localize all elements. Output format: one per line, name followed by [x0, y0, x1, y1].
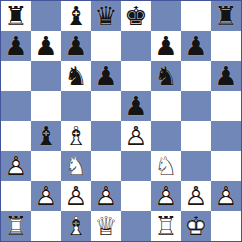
black-queen[interactable]: ♛: [91, 1, 121, 31]
white-knight[interactable]: ♞♘: [61, 151, 91, 181]
white-bishop[interactable]: ♝♗: [61, 211, 91, 241]
square-g7[interactable]: ♟: [181, 31, 211, 61]
square-f7[interactable]: ♟: [151, 31, 181, 61]
square-e1[interactable]: [121, 211, 151, 241]
square-c1[interactable]: ♝♗: [61, 211, 91, 241]
square-a2[interactable]: [1, 181, 31, 211]
white-knight-outline: ♘: [151, 151, 181, 181]
white-knight-outline: ♘: [61, 151, 91, 181]
square-b6[interactable]: [31, 61, 61, 91]
square-g5[interactable]: [181, 91, 211, 121]
black-king[interactable]: ♚: [121, 1, 151, 31]
white-pawn-outline: ♙: [1, 151, 31, 181]
square-g6[interactable]: [181, 61, 211, 91]
white-pawn-outline: ♙: [211, 181, 241, 211]
square-f6[interactable]: ♞: [151, 61, 181, 91]
white-queen[interactable]: ♛♕: [91, 211, 121, 241]
square-e5[interactable]: ♟: [121, 91, 151, 121]
white-pawn[interactable]: ♟♙: [31, 181, 61, 211]
white-pawn-outline: ♙: [121, 121, 151, 151]
black-knight[interactable]: ♞: [61, 61, 91, 91]
square-d2[interactable]: ♟♙: [91, 181, 121, 211]
black-rook[interactable]: ♜: [1, 1, 31, 31]
square-g3[interactable]: [181, 151, 211, 181]
square-f8[interactable]: [151, 1, 181, 31]
square-c6[interactable]: ♞: [61, 61, 91, 91]
white-bishop[interactable]: ♝♗: [61, 121, 91, 151]
square-d8[interactable]: ♛: [91, 1, 121, 31]
white-pawn[interactable]: ♟♙: [61, 181, 91, 211]
white-king[interactable]: ♚♔: [181, 211, 211, 241]
white-pawn[interactable]: ♟♙: [91, 181, 121, 211]
white-knight[interactable]: ♞♘: [151, 151, 181, 181]
white-pawn-outline: ♙: [151, 181, 181, 211]
black-pawn[interactable]: ♟: [181, 31, 211, 61]
square-b7[interactable]: ♟: [31, 31, 61, 61]
square-f1[interactable]: ♜♖: [151, 211, 181, 241]
square-c5[interactable]: [61, 91, 91, 121]
white-pawn-outline: ♙: [61, 181, 91, 211]
square-b4[interactable]: ♝: [31, 121, 61, 151]
square-b5[interactable]: [31, 91, 61, 121]
square-e4[interactable]: ♟♙: [121, 121, 151, 151]
square-f2[interactable]: ♟♙: [151, 181, 181, 211]
square-h4[interactable]: [211, 121, 241, 151]
white-pawn[interactable]: ♟♙: [121, 121, 151, 151]
square-a7[interactable]: ♟: [1, 31, 31, 61]
square-h2[interactable]: ♟♙: [211, 181, 241, 211]
chess-board-wrap: ♜♝♛♚♜♟♟♟♟♟♞♟♞♟♟♝♝♗♟♙♟♙♞♘♞♘♟♙♟♙♟♙♟♙♟♙♟♙♜♖…: [0, 0, 242, 242]
black-pawn[interactable]: ♟: [31, 31, 61, 61]
square-g1[interactable]: ♚♔: [181, 211, 211, 241]
square-a5[interactable]: [1, 91, 31, 121]
square-e6[interactable]: [121, 61, 151, 91]
square-f5[interactable]: [151, 91, 181, 121]
black-pawn[interactable]: ♟: [91, 61, 121, 91]
black-rook[interactable]: ♜: [211, 1, 241, 31]
black-pawn[interactable]: ♟: [1, 31, 31, 61]
square-d7[interactable]: [91, 31, 121, 61]
square-b1[interactable]: [31, 211, 61, 241]
square-f4[interactable]: [151, 121, 181, 151]
white-pawn[interactable]: ♟♙: [151, 181, 181, 211]
square-h1[interactable]: [211, 211, 241, 241]
square-a1[interactable]: ♜♖: [1, 211, 31, 241]
black-pawn[interactable]: ♟: [151, 31, 181, 61]
white-pawn[interactable]: ♟♙: [1, 151, 31, 181]
square-b2[interactable]: ♟♙: [31, 181, 61, 211]
square-b3[interactable]: [31, 151, 61, 181]
square-a6[interactable]: [1, 61, 31, 91]
square-h5[interactable]: [211, 91, 241, 121]
square-g2[interactable]: ♟♙: [181, 181, 211, 211]
square-a3[interactable]: ♟♙: [1, 151, 31, 181]
black-bishop[interactable]: ♝: [61, 1, 91, 31]
black-pawn[interactable]: ♟: [121, 91, 151, 121]
square-f3[interactable]: ♞♘: [151, 151, 181, 181]
square-e8[interactable]: ♚: [121, 1, 151, 31]
square-c2[interactable]: ♟♙: [61, 181, 91, 211]
white-bishop-outline: ♗: [61, 211, 91, 241]
white-pawn-outline: ♙: [181, 181, 211, 211]
white-pawn-outline: ♙: [91, 181, 121, 211]
square-e7[interactable]: [121, 31, 151, 61]
square-d1[interactable]: ♛♕: [91, 211, 121, 241]
black-pawn[interactable]: ♟: [211, 61, 241, 91]
square-g4[interactable]: [181, 121, 211, 151]
square-d6[interactable]: ♟: [91, 61, 121, 91]
white-pawn-outline: ♙: [31, 181, 61, 211]
black-bishop[interactable]: ♝: [31, 121, 61, 151]
square-h6[interactable]: ♟: [211, 61, 241, 91]
white-king-outline: ♔: [181, 211, 211, 241]
square-h3[interactable]: [211, 151, 241, 181]
white-queen-outline: ♕: [91, 211, 121, 241]
square-a8[interactable]: ♜: [1, 1, 31, 31]
square-h7[interactable]: [211, 31, 241, 61]
chess-board: ♜♝♛♚♜♟♟♟♟♟♞♟♞♟♟♝♝♗♟♙♟♙♞♘♞♘♟♙♟♙♟♙♟♙♟♙♟♙♜♖…: [0, 0, 242, 242]
white-bishop-outline: ♗: [61, 121, 91, 151]
square-c3[interactable]: ♞♘: [61, 151, 91, 181]
black-pawn[interactable]: ♟: [61, 31, 91, 61]
white-rook-outline: ♖: [151, 211, 181, 241]
white-rook-outline: ♖: [1, 211, 31, 241]
black-knight[interactable]: ♞: [151, 61, 181, 91]
square-e3[interactable]: [121, 151, 151, 181]
square-d5[interactable]: [91, 91, 121, 121]
square-d4[interactable]: [91, 121, 121, 151]
square-g8[interactable]: [181, 1, 211, 31]
square-c4[interactable]: ♝♗: [61, 121, 91, 151]
square-d3[interactable]: [91, 151, 121, 181]
square-a4[interactable]: [1, 121, 31, 151]
square-b8[interactable]: [31, 1, 61, 31]
white-pawn[interactable]: ♟♙: [181, 181, 211, 211]
white-rook[interactable]: ♜♖: [151, 211, 181, 241]
white-rook[interactable]: ♜♖: [1, 211, 31, 241]
square-h8[interactable]: ♜: [211, 1, 241, 31]
square-e2[interactable]: [121, 181, 151, 211]
square-c8[interactable]: ♝: [61, 1, 91, 31]
white-pawn[interactable]: ♟♙: [211, 181, 241, 211]
square-c7[interactable]: ♟: [61, 31, 91, 61]
